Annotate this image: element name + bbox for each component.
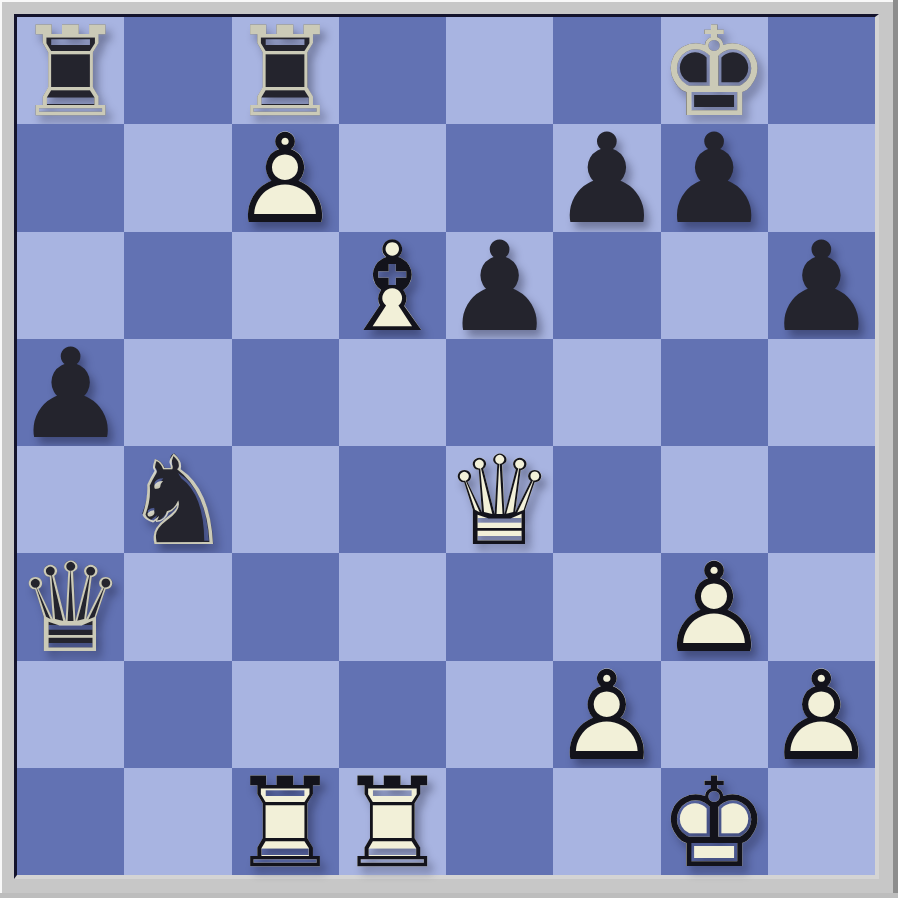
square-h1[interactable] — [768, 768, 875, 875]
square-d8[interactable] — [339, 17, 446, 124]
piece-white-queen[interactable]: ♛♕ — [446, 446, 553, 553]
square-e2[interactable] — [446, 661, 553, 768]
square-a4[interactable] — [17, 446, 124, 553]
piece-white-king[interactable]: ♚♔ — [661, 768, 768, 875]
square-g7[interactable]: ♟ — [661, 124, 768, 231]
square-d3[interactable] — [339, 553, 446, 660]
piece-black-knight[interactable]: ♞♘ — [124, 446, 231, 553]
piece-black-king[interactable]: ♚♔ — [661, 17, 768, 124]
square-c1[interactable]: ♜♖ — [232, 768, 339, 875]
square-h3[interactable] — [768, 553, 875, 660]
piece-white-pawn[interactable]: ♟♙ — [768, 661, 875, 768]
square-b6[interactable] — [124, 232, 231, 339]
queen-glyph-fill: ♛ — [17, 555, 124, 662]
square-h2[interactable]: ♟♙ — [768, 661, 875, 768]
bishop-glyph-outline: ♗ — [339, 234, 446, 341]
square-e7[interactable] — [446, 124, 553, 231]
square-e4[interactable]: ♛♕ — [446, 446, 553, 553]
square-b3[interactable] — [124, 553, 231, 660]
pawn-glyph-fill: ♟ — [661, 126, 768, 233]
piece-black-pawn[interactable]: ♟ — [768, 232, 875, 339]
square-c3[interactable] — [232, 553, 339, 660]
rook-glyph-fill: ♜ — [232, 770, 339, 877]
king-glyph-fill: ♚ — [661, 770, 768, 877]
square-g4[interactable] — [661, 446, 768, 553]
piece-black-pawn[interactable]: ♟ — [446, 232, 553, 339]
piece-white-bishop[interactable]: ♝♗ — [339, 232, 446, 339]
square-c6[interactable] — [232, 232, 339, 339]
square-a2[interactable] — [17, 661, 124, 768]
chess-board: ♜♖♜♖♚♔♟♙♟♟♝♗♟♟♟♞♘♛♕♛♕♟♙♟♙♟♙♜♖♜♖♚♔ — [17, 17, 875, 875]
square-a6[interactable] — [17, 232, 124, 339]
square-d5[interactable] — [339, 339, 446, 446]
piece-black-pawn[interactable]: ♟ — [661, 124, 768, 231]
square-h5[interactable] — [768, 339, 875, 446]
frame-highlight-left — [0, 0, 2, 898]
square-b4[interactable]: ♞♘ — [124, 446, 231, 553]
rook-glyph-outline: ♖ — [232, 770, 339, 877]
pawn-glyph-fill: ♟ — [768, 663, 875, 770]
square-e8[interactable] — [446, 17, 553, 124]
king-glyph-fill: ♚ — [661, 19, 768, 126]
square-b8[interactable] — [124, 17, 231, 124]
rook-glyph-fill: ♜ — [232, 19, 339, 126]
square-f5[interactable] — [553, 339, 660, 446]
board-bevel: ♜♖♜♖♚♔♟♙♟♟♝♗♟♟♟♞♘♛♕♛♕♟♙♟♙♟♙♜♖♜♖♚♔ — [14, 14, 879, 879]
square-h6[interactable]: ♟ — [768, 232, 875, 339]
piece-white-pawn[interactable]: ♟♙ — [661, 553, 768, 660]
rook-glyph-fill: ♜ — [339, 770, 446, 877]
square-h4[interactable] — [768, 446, 875, 553]
rook-glyph-outline: ♖ — [339, 770, 446, 877]
square-g3[interactable]: ♟♙ — [661, 553, 768, 660]
piece-white-pawn[interactable]: ♟♙ — [553, 661, 660, 768]
square-d6[interactable]: ♝♗ — [339, 232, 446, 339]
square-b5[interactable] — [124, 339, 231, 446]
square-h8[interactable] — [768, 17, 875, 124]
square-a5[interactable]: ♟ — [17, 339, 124, 446]
square-c5[interactable] — [232, 339, 339, 446]
bishop-glyph-fill: ♝ — [339, 234, 446, 341]
square-g2[interactable] — [661, 661, 768, 768]
pawn-glyph-fill: ♟ — [553, 663, 660, 770]
rook-glyph-fill: ♜ — [17, 19, 124, 126]
pawn-glyph-fill: ♟ — [446, 234, 553, 341]
square-f7[interactable]: ♟ — [553, 124, 660, 231]
square-g1[interactable]: ♚♔ — [661, 768, 768, 875]
pawn-glyph-outline: ♙ — [768, 663, 875, 770]
square-d1[interactable]: ♜♖ — [339, 768, 446, 875]
pawn-glyph-fill: ♟ — [17, 341, 124, 448]
king-glyph-outline: ♔ — [661, 19, 768, 126]
square-f8[interactable] — [553, 17, 660, 124]
piece-black-pawn[interactable]: ♟ — [17, 339, 124, 446]
square-g5[interactable] — [661, 339, 768, 446]
pawn-glyph-fill: ♟ — [768, 234, 875, 341]
square-e1[interactable] — [446, 768, 553, 875]
square-d2[interactable] — [339, 661, 446, 768]
pawn-glyph-outline: ♙ — [661, 555, 768, 662]
square-f1[interactable] — [553, 768, 660, 875]
frame-shadow-bottom — [0, 893, 898, 898]
square-a3[interactable]: ♛♕ — [17, 553, 124, 660]
square-a1[interactable] — [17, 768, 124, 875]
piece-black-rook[interactable]: ♜♖ — [232, 17, 339, 124]
queen-glyph-outline: ♕ — [446, 448, 553, 555]
pawn-glyph-fill: ♟ — [553, 126, 660, 233]
pawn-glyph-fill: ♟ — [232, 126, 339, 233]
square-g8[interactable]: ♚♔ — [661, 17, 768, 124]
square-c4[interactable] — [232, 446, 339, 553]
square-d4[interactable] — [339, 446, 446, 553]
knight-glyph-fill: ♞ — [124, 448, 231, 555]
square-h7[interactable] — [768, 124, 875, 231]
square-a8[interactable]: ♜♖ — [17, 17, 124, 124]
square-e6[interactable]: ♟ — [446, 232, 553, 339]
square-a7[interactable] — [17, 124, 124, 231]
king-glyph-outline: ♔ — [661, 770, 768, 877]
piece-white-rook[interactable]: ♜♖ — [232, 768, 339, 875]
pawn-glyph-outline: ♙ — [553, 663, 660, 770]
square-b7[interactable] — [124, 124, 231, 231]
frame-highlight-top — [0, 0, 898, 2]
board-frame: ♜♖♜♖♚♔♟♙♟♟♝♗♟♟♟♞♘♛♕♛♕♟♙♟♙♟♙♜♖♜♖♚♔ — [0, 0, 898, 898]
square-b2[interactable] — [124, 661, 231, 768]
piece-black-queen[interactable]: ♛♕ — [17, 553, 124, 660]
square-c8[interactable]: ♜♖ — [232, 17, 339, 124]
piece-black-pawn[interactable]: ♟ — [553, 124, 660, 231]
square-g6[interactable] — [661, 232, 768, 339]
pawn-glyph-fill: ♟ — [661, 555, 768, 662]
queen-glyph-outline: ♕ — [17, 555, 124, 662]
frame-shadow-right — [893, 0, 898, 898]
knight-glyph-outline: ♘ — [124, 448, 231, 555]
square-f3[interactable] — [553, 553, 660, 660]
square-b1[interactable] — [124, 768, 231, 875]
pawn-glyph-outline: ♙ — [232, 126, 339, 233]
square-f4[interactable] — [553, 446, 660, 553]
square-e5[interactable] — [446, 339, 553, 446]
square-c2[interactable] — [232, 661, 339, 768]
piece-black-rook[interactable]: ♜♖ — [17, 17, 124, 124]
square-f6[interactable] — [553, 232, 660, 339]
piece-white-pawn[interactable]: ♟♙ — [232, 124, 339, 231]
rook-glyph-outline: ♖ — [17, 19, 124, 126]
square-d7[interactable] — [339, 124, 446, 231]
rook-glyph-outline: ♖ — [232, 19, 339, 126]
square-f2[interactable]: ♟♙ — [553, 661, 660, 768]
square-e3[interactable] — [446, 553, 553, 660]
queen-glyph-fill: ♛ — [446, 448, 553, 555]
square-c7[interactable]: ♟♙ — [232, 124, 339, 231]
piece-white-rook[interactable]: ♜♖ — [339, 768, 446, 875]
